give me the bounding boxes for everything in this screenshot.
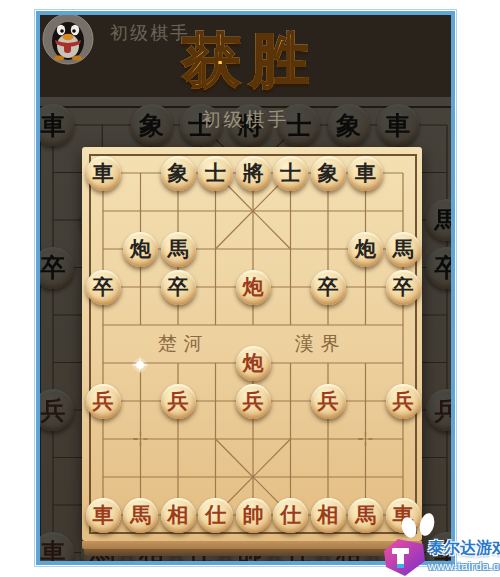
screenshot-frame: 楚河漢界車象士將士象車炮馬炮馬卒卒炮卒卒炮兵兵兵兵兵車馬相仕帥仕相馬車 初级棋手… [34, 9, 457, 567]
piece-red-馬: 馬 [123, 498, 158, 533]
piece-black-將: 將 [236, 156, 271, 191]
piece-black-車: 車 [348, 156, 383, 191]
piece-red-兵: 兵 [386, 384, 421, 419]
board-wood-edge [82, 541, 422, 549]
piece-black-炮: 炮 [123, 232, 158, 267]
piece-red-兵: 兵 [86, 384, 121, 419]
victory-screenshot: 楚河漢界車象士將士象車炮馬炮馬卒卒炮卒卒炮兵兵兵兵兵車馬相仕帥仕相馬車 初级棋手… [0, 0, 500, 577]
piece-black-士: 士 [273, 156, 308, 191]
piece-black-卒: 卒 [36, 247, 74, 289]
result-board: 楚河漢界車象士將士象車炮馬炮馬卒卒炮卒卒炮兵兵兵兵兵車馬相仕帥仕相馬車 [82, 147, 422, 541]
piece-black-象: 象 [161, 156, 196, 191]
piece-red-兵: 兵 [161, 384, 196, 419]
piece-red-車: 車 [86, 498, 121, 533]
piece-red-兵: 兵 [236, 384, 271, 419]
piece-black-馬: 馬 [386, 232, 421, 267]
game-screen: 楚河漢界車象士將士象車炮馬炮馬卒卒炮卒卒炮兵兵兵兵兵車馬相仕帥仕相馬車 初级棋手… [36, 11, 455, 565]
piece-black-卒: 卒 [161, 270, 196, 305]
piece-red-仕: 仕 [273, 498, 308, 533]
piece-black-士: 士 [198, 156, 233, 191]
piece-black-卒: 卒 [386, 270, 421, 305]
opponent-rank-label: 初级棋手 [40, 107, 451, 133]
board-grid [82, 147, 422, 541]
piece-red-相: 相 [311, 498, 346, 533]
piece-red-馬: 馬 [348, 498, 383, 533]
piece-black-馬: 馬 [161, 232, 196, 267]
piece-red-炮: 炮 [236, 270, 271, 305]
piece-red-帥: 帥 [236, 498, 271, 533]
victory-title: 获胜 [40, 29, 451, 93]
river-text-right: 漢界 [295, 331, 347, 357]
piece-red-相: 相 [161, 498, 196, 533]
piece-red-炮: 炮 [236, 346, 271, 381]
watermark-site-name: 泰尔达游戏网 [428, 538, 500, 559]
watermark: 泰尔达游戏网 www.tairda.com [383, 538, 500, 577]
river-text-left: 楚河 [158, 331, 210, 357]
watermark-url: www.tairda.com [428, 560, 500, 572]
piece-black-卒: 卒 [86, 270, 121, 305]
piece-black-炮: 炮 [348, 232, 383, 267]
piece-black-卒: 卒 [311, 270, 346, 305]
piece-black-車: 車 [86, 156, 121, 191]
piece-black-象: 象 [311, 156, 346, 191]
tairda-logo-icon [383, 538, 426, 577]
piece-red-仕: 仕 [198, 498, 233, 533]
piece-red-兵: 兵 [311, 384, 346, 419]
board-wood-edge-shadow [84, 549, 420, 556]
